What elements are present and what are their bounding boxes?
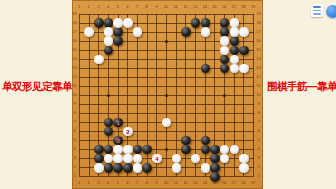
coordinate-label: 16 xyxy=(222,5,226,9)
coordinate-label: 13 xyxy=(193,181,197,185)
white-stone[interactable] xyxy=(239,154,248,163)
go-board[interactable]: 1119192218183317174416165515156614147713… xyxy=(72,0,263,189)
coordinate-label: 9 xyxy=(257,102,259,106)
coordinate-label: 16 xyxy=(222,181,226,185)
black-stone[interactable] xyxy=(210,163,219,172)
note-icon[interactable] xyxy=(311,4,323,17)
right-caption-text: 围棋手筋—靠单 xyxy=(267,80,336,92)
white-stone[interactable] xyxy=(239,64,248,73)
black-stone[interactable] xyxy=(104,163,113,172)
coordinate-label: 5 xyxy=(257,138,259,142)
coordinate-label: 18 xyxy=(241,181,245,185)
coordinate-label: 4 xyxy=(107,5,109,9)
black-stone[interactable] xyxy=(104,145,113,154)
move-number-label: 1 xyxy=(116,120,119,126)
black-stone[interactable] xyxy=(210,145,219,154)
coordinate-label: 9 xyxy=(73,102,75,106)
coordinate-label: 9 xyxy=(155,181,157,185)
coordinate-label: 13 xyxy=(193,5,197,9)
coordinate-label: 3 xyxy=(257,156,259,160)
coordinate-label: 13 xyxy=(256,66,260,70)
white-stone[interactable] xyxy=(191,154,200,163)
white-stone[interactable] xyxy=(220,145,229,154)
black-stone[interactable] xyxy=(230,46,239,55)
coordinate-label: 11 xyxy=(256,84,260,88)
white-stone[interactable] xyxy=(94,163,103,172)
coordinate-label: 10 xyxy=(72,93,76,97)
coordinate-label: 5 xyxy=(73,138,75,142)
coordinate-label: 3 xyxy=(73,156,75,160)
coordinate-label: 14 xyxy=(72,57,76,61)
coordinate-label: 3 xyxy=(97,5,99,9)
white-stone[interactable] xyxy=(201,163,210,172)
coordinate-label: 4 xyxy=(257,147,259,151)
black-stone[interactable] xyxy=(220,55,229,64)
coordinate-label: 2 xyxy=(88,181,90,185)
white-stone[interactable]: 4 xyxy=(152,154,161,163)
black-stone[interactable] xyxy=(133,145,142,154)
right-panel xyxy=(263,0,336,189)
coordinate-label: 9 xyxy=(155,5,157,9)
white-stone[interactable] xyxy=(220,36,229,45)
white-stone[interactable] xyxy=(162,118,171,127)
coordinate-label: 14 xyxy=(256,57,260,61)
coordinate-label: 8 xyxy=(257,111,259,115)
coordinate-label: 17 xyxy=(231,5,235,9)
black-stone[interactable] xyxy=(94,154,103,163)
coordinate-label: 17 xyxy=(72,30,76,34)
coordinate-label: 12 xyxy=(183,5,187,9)
move-number-label: 3 xyxy=(116,138,119,144)
coordinate-label: 13 xyxy=(72,66,76,70)
white-stone[interactable] xyxy=(230,18,239,27)
grid-line-horizontal xyxy=(79,140,254,141)
coordinate-label: 11 xyxy=(72,84,76,88)
coordinate-label: 7 xyxy=(136,5,138,9)
coordinate-label: 12 xyxy=(72,75,76,79)
coordinate-label: 19 xyxy=(72,12,76,16)
coordinate-label: 12 xyxy=(183,181,187,185)
black-stone[interactable]: 3 xyxy=(113,136,122,145)
coordinate-label: 6 xyxy=(257,129,259,133)
coordinate-label: 14 xyxy=(202,181,206,185)
coordinate-label: 10 xyxy=(256,93,260,97)
coordinate-label: 6 xyxy=(126,181,128,185)
white-stone[interactable] xyxy=(172,163,181,172)
white-stone[interactable] xyxy=(84,27,93,36)
star-point xyxy=(223,94,226,97)
star-point xyxy=(165,94,168,97)
black-stone[interactable]: 1 xyxy=(113,118,122,127)
coordinate-label: 16 xyxy=(72,39,76,43)
left-caption-text: 单双形见定靠单 xyxy=(2,80,72,92)
coordinate-label: 15 xyxy=(212,5,216,9)
coordinate-label: 19 xyxy=(251,5,255,9)
black-stone[interactable] xyxy=(142,163,151,172)
white-stone[interactable] xyxy=(113,18,122,27)
avatar-circle-button[interactable] xyxy=(326,5,336,18)
black-stone[interactable] xyxy=(113,27,122,36)
black-stone[interactable] xyxy=(104,46,113,55)
white-stone[interactable] xyxy=(133,27,142,36)
black-stone[interactable] xyxy=(104,127,113,136)
black-stone[interactable] xyxy=(94,145,103,154)
move-number-label: 2 xyxy=(126,129,129,135)
grid-line-horizontal xyxy=(79,77,254,78)
coordinate-label: 2 xyxy=(257,165,259,169)
white-stone[interactable] xyxy=(230,55,239,64)
coordinate-label: 12 xyxy=(256,75,260,79)
black-stone[interactable] xyxy=(210,154,219,163)
star-point xyxy=(165,40,168,43)
grid-line-horizontal xyxy=(79,86,254,87)
black-stone[interactable] xyxy=(220,64,229,73)
white-stone[interactable] xyxy=(230,64,239,73)
white-stone[interactable] xyxy=(104,27,113,36)
white-stone[interactable] xyxy=(113,145,122,154)
coordinate-label: 1 xyxy=(73,174,75,178)
coordinate-label: 3 xyxy=(97,181,99,185)
coordinate-label: 2 xyxy=(88,5,90,9)
coordinate-label: 1 xyxy=(78,5,80,9)
black-stone[interactable] xyxy=(113,163,122,172)
coordinate-label: 1 xyxy=(78,181,80,185)
black-stone[interactable] xyxy=(181,145,190,154)
coordinate-label: 5 xyxy=(117,181,119,185)
move-number-label: 4 xyxy=(155,156,158,162)
coordinate-label: 7 xyxy=(257,120,259,124)
coordinate-label: 18 xyxy=(241,5,245,9)
white-stone[interactable] xyxy=(133,154,142,163)
white-stone[interactable] xyxy=(220,154,229,163)
coordinate-label: 1 xyxy=(257,174,259,178)
coordinate-label: 6 xyxy=(73,129,75,133)
grid-line-horizontal xyxy=(79,14,254,15)
coordinate-label: 7 xyxy=(136,181,138,185)
white-stone[interactable] xyxy=(123,145,132,154)
white-stone[interactable] xyxy=(133,163,142,172)
coordinate-label: 5 xyxy=(117,5,119,9)
coordinate-label: 10 xyxy=(164,181,168,185)
black-stone[interactable] xyxy=(123,163,132,172)
coordinate-label: 17 xyxy=(256,30,260,34)
white-stone[interactable] xyxy=(123,18,132,27)
black-stone[interactable] xyxy=(191,18,200,27)
white-stone[interactable] xyxy=(172,154,181,163)
white-stone[interactable] xyxy=(123,154,132,163)
black-stone[interactable] xyxy=(210,172,219,181)
black-stone[interactable] xyxy=(201,18,210,27)
black-stone[interactable] xyxy=(201,136,210,145)
left-panel xyxy=(0,0,72,189)
star-point xyxy=(107,94,110,97)
white-stone[interactable] xyxy=(230,145,239,154)
black-stone[interactable] xyxy=(104,118,113,127)
grid-line-horizontal xyxy=(79,113,254,114)
grid-line-horizontal xyxy=(79,104,254,105)
grid-line-horizontal xyxy=(79,176,254,177)
black-stone[interactable] xyxy=(201,145,210,154)
white-stone[interactable] xyxy=(230,27,239,36)
coordinate-label: 6 xyxy=(126,5,128,9)
coordinate-label: 19 xyxy=(251,181,255,185)
coordinate-label: 8 xyxy=(73,111,75,115)
black-stone[interactable] xyxy=(220,27,229,36)
black-stone[interactable] xyxy=(181,27,190,36)
coordinate-label: 11 xyxy=(174,181,178,185)
white-stone[interactable] xyxy=(104,36,113,45)
white-stone[interactable] xyxy=(113,154,122,163)
coordinate-label: 10 xyxy=(164,5,168,9)
white-stone[interactable] xyxy=(220,46,229,55)
coordinate-label: 7 xyxy=(73,120,75,124)
coordinate-label: 15 xyxy=(72,48,76,52)
black-stone[interactable] xyxy=(104,18,113,27)
coordinate-label: 4 xyxy=(73,147,75,151)
coordinate-label: 18 xyxy=(256,21,260,25)
coordinate-label: 8 xyxy=(146,5,148,9)
coordinate-label: 16 xyxy=(256,39,260,43)
white-stone[interactable]: 2 xyxy=(123,127,132,136)
black-stone[interactable] xyxy=(201,64,210,73)
coordinate-label: 15 xyxy=(212,181,216,185)
coordinate-label: 2 xyxy=(73,165,75,169)
coordinate-label: 17 xyxy=(231,181,235,185)
star-point xyxy=(165,148,168,151)
coordinate-label: 19 xyxy=(256,12,260,16)
coordinate-label: 15 xyxy=(256,48,260,52)
black-stone[interactable] xyxy=(230,36,239,45)
coordinate-label: 8 xyxy=(146,181,148,185)
white-stone[interactable] xyxy=(239,27,248,36)
coordinate-label: 14 xyxy=(202,5,206,9)
white-stone[interactable] xyxy=(239,163,248,172)
black-stone[interactable] xyxy=(142,145,151,154)
black-stone[interactable] xyxy=(239,46,248,55)
white-stone[interactable] xyxy=(104,154,113,163)
black-stone[interactable] xyxy=(181,136,190,145)
coordinate-label: 18 xyxy=(72,21,76,25)
coordinate-label: 11 xyxy=(174,5,178,9)
white-stone[interactable] xyxy=(201,27,210,36)
black-stone[interactable] xyxy=(94,18,103,27)
black-stone[interactable] xyxy=(113,36,122,45)
coordinate-label: 4 xyxy=(107,181,109,185)
black-stone[interactable] xyxy=(220,18,229,27)
white-stone[interactable] xyxy=(94,55,103,64)
